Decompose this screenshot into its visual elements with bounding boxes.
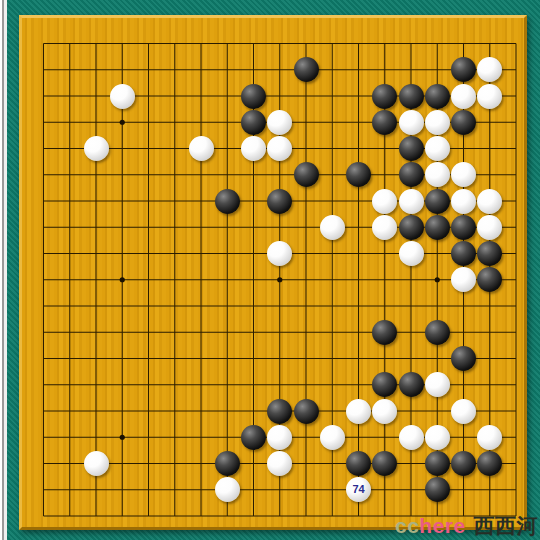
white-stone (425, 372, 450, 397)
stones-layer: 74 (0, 0, 540, 540)
black-stone (425, 215, 450, 240)
black-stone (451, 215, 476, 240)
screen: 74 cchere 西西河 (0, 0, 540, 540)
black-stone (241, 84, 266, 109)
white-stone (477, 84, 502, 109)
black-stone (346, 162, 371, 187)
watermark-cc: cc (395, 514, 419, 537)
white-stone (372, 399, 397, 424)
white-stone (215, 477, 240, 502)
white-stone (267, 425, 292, 450)
white-stone (267, 110, 292, 135)
last-move-number: 74 (346, 477, 371, 502)
black-stone (372, 320, 397, 345)
black-stone (425, 189, 450, 214)
black-stone (294, 399, 319, 424)
window-edge-strip (0, 0, 7, 540)
black-stone (241, 425, 266, 450)
black-stone (477, 241, 502, 266)
black-stone (425, 320, 450, 345)
black-stone (399, 162, 424, 187)
white-stone (267, 136, 292, 161)
white-stone (425, 136, 450, 161)
black-stone (372, 372, 397, 397)
black-stone (372, 110, 397, 135)
black-stone (294, 162, 319, 187)
black-stone (267, 399, 292, 424)
white-stone (451, 84, 476, 109)
white-stone (241, 136, 266, 161)
black-stone (294, 57, 319, 82)
white-stone (451, 162, 476, 187)
white-stone (84, 451, 109, 476)
white-stone (425, 110, 450, 135)
black-stone (267, 189, 292, 214)
white-stone (451, 267, 476, 292)
white-stone (425, 162, 450, 187)
white-stone (84, 136, 109, 161)
watermark: cchere 西西河 (395, 512, 538, 540)
black-stone (399, 136, 424, 161)
white-stone (320, 215, 345, 240)
black-stone (399, 215, 424, 240)
white-stone (451, 189, 476, 214)
white-stone (189, 136, 214, 161)
black-stone (451, 57, 476, 82)
black-stone (372, 84, 397, 109)
black-stone (425, 477, 450, 502)
black-stone (451, 110, 476, 135)
black-stone (215, 451, 240, 476)
black-stone (399, 84, 424, 109)
black-stone (346, 451, 371, 476)
black-stone (451, 346, 476, 371)
white-stone (477, 425, 502, 450)
black-stone (451, 451, 476, 476)
white-stone (399, 110, 424, 135)
white-stone (477, 189, 502, 214)
white-stone (425, 425, 450, 450)
white-stone (110, 84, 135, 109)
white-stone (346, 399, 371, 424)
white-stone (399, 189, 424, 214)
black-stone (399, 372, 424, 397)
white-stone (320, 425, 345, 450)
black-stone (451, 241, 476, 266)
black-stone (215, 189, 240, 214)
white-stone (399, 425, 424, 450)
white-stone (267, 451, 292, 476)
black-stone (425, 84, 450, 109)
black-stone (241, 110, 266, 135)
white-stone (451, 399, 476, 424)
watermark-site-name: 西西河 (466, 514, 538, 538)
white-stone (399, 241, 424, 266)
black-stone (477, 267, 502, 292)
watermark-here: here (419, 514, 465, 537)
black-stone (372, 451, 397, 476)
white-stone (372, 215, 397, 240)
white-stone (372, 189, 397, 214)
white-stone (267, 241, 292, 266)
white-stone (477, 57, 502, 82)
black-stone (477, 451, 502, 476)
white-stone (477, 215, 502, 240)
black-stone (425, 451, 450, 476)
